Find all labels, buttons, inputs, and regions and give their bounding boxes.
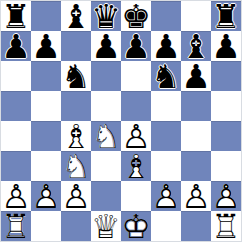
square-f5[interactable] <box>151 91 181 121</box>
piece-white-bishop[interactable]: ♝♗ <box>121 151 151 181</box>
piece-white-knight[interactable]: ♞♘ <box>91 121 121 151</box>
square-e3[interactable]: ♝♗ <box>121 151 151 181</box>
square-a6[interactable] <box>1 61 31 91</box>
square-b6[interactable] <box>31 61 61 91</box>
chess-board: ♜♝♛♚♜♟♟♟♟♟♝♟♞♞♟♝♗♞♘♟♙♞♘♝♗♟♙♟♙♟♙♟♙♟♙♟♙♜♖♛… <box>0 0 242 242</box>
white-pawn-outline-icon: ♙ <box>181 181 211 211</box>
square-d3[interactable] <box>91 151 121 181</box>
square-f2[interactable]: ♟♙ <box>151 181 181 211</box>
square-a5[interactable] <box>1 91 31 121</box>
black-pawn-icon: ♟ <box>1 31 31 61</box>
square-b1[interactable] <box>31 211 61 241</box>
piece-white-pawn[interactable]: ♟♙ <box>31 181 61 211</box>
piece-white-rook[interactable]: ♜♖ <box>211 211 241 241</box>
square-b5[interactable] <box>31 91 61 121</box>
piece-white-rook[interactable]: ♜♖ <box>1 211 31 241</box>
white-king-outline-icon: ♔ <box>121 211 151 241</box>
black-pawn-icon: ♟ <box>121 31 151 61</box>
square-a4[interactable] <box>1 121 31 151</box>
piece-white-pawn[interactable]: ♟♙ <box>181 181 211 211</box>
square-f4[interactable] <box>151 121 181 151</box>
black-bishop-icon: ♝ <box>61 1 91 31</box>
square-h1[interactable]: ♜♖ <box>211 211 241 241</box>
white-pawn-outline-icon: ♙ <box>151 181 181 211</box>
black-knight-icon: ♞ <box>61 61 91 91</box>
piece-black-knight[interactable]: ♞ <box>151 61 181 91</box>
square-g2[interactable]: ♟♙ <box>181 181 211 211</box>
piece-black-bishop[interactable]: ♝ <box>61 1 91 31</box>
white-knight-outline-icon: ♘ <box>91 121 121 151</box>
black-pawn-icon: ♟ <box>91 31 121 61</box>
piece-white-pawn[interactable]: ♟♙ <box>61 181 91 211</box>
square-h5[interactable] <box>211 91 241 121</box>
square-h4[interactable] <box>211 121 241 151</box>
black-pawn-icon: ♟ <box>31 31 61 61</box>
piece-black-pawn[interactable]: ♟ <box>91 31 121 61</box>
white-queen-outline-icon: ♕ <box>91 211 121 241</box>
square-a1[interactable]: ♜♖ <box>1 211 31 241</box>
square-e7[interactable]: ♟ <box>121 31 151 61</box>
piece-black-pawn[interactable]: ♟ <box>181 61 211 91</box>
square-f1[interactable] <box>151 211 181 241</box>
square-g4[interactable] <box>181 121 211 151</box>
piece-black-pawn[interactable]: ♟ <box>211 31 241 61</box>
square-c2[interactable]: ♟♙ <box>61 181 91 211</box>
square-d6[interactable] <box>91 61 121 91</box>
square-h7[interactable]: ♟ <box>211 31 241 61</box>
black-pawn-icon: ♟ <box>211 31 241 61</box>
square-h6[interactable] <box>211 61 241 91</box>
square-c1[interactable] <box>61 211 91 241</box>
black-knight-icon: ♞ <box>151 61 181 91</box>
square-g5[interactable] <box>181 91 211 121</box>
square-b4[interactable] <box>31 121 61 151</box>
white-bishop-outline-icon: ♗ <box>121 151 151 181</box>
square-e1[interactable]: ♚♔ <box>121 211 151 241</box>
square-d7[interactable]: ♟ <box>91 31 121 61</box>
black-pawn-icon: ♟ <box>181 61 211 91</box>
square-d4[interactable]: ♞♘ <box>91 121 121 151</box>
piece-black-pawn[interactable]: ♟ <box>31 31 61 61</box>
white-rook-outline-icon: ♖ <box>211 211 241 241</box>
square-c6[interactable]: ♞ <box>61 61 91 91</box>
square-g6[interactable]: ♟ <box>181 61 211 91</box>
white-rook-outline-icon: ♖ <box>1 211 31 241</box>
piece-black-pawn[interactable]: ♟ <box>1 31 31 61</box>
white-pawn-outline-icon: ♙ <box>31 181 61 211</box>
square-b7[interactable]: ♟ <box>31 31 61 61</box>
square-g1[interactable] <box>181 211 211 241</box>
square-b2[interactable]: ♟♙ <box>31 181 61 211</box>
piece-black-pawn[interactable]: ♟ <box>121 31 151 61</box>
square-d1[interactable]: ♛♕ <box>91 211 121 241</box>
white-pawn-outline-icon: ♙ <box>61 181 91 211</box>
square-a7[interactable]: ♟ <box>1 31 31 61</box>
square-c8[interactable]: ♝ <box>61 1 91 31</box>
piece-white-king[interactable]: ♚♔ <box>121 211 151 241</box>
piece-white-pawn[interactable]: ♟♙ <box>151 181 181 211</box>
square-e6[interactable] <box>121 61 151 91</box>
square-f6[interactable]: ♞ <box>151 61 181 91</box>
piece-black-knight[interactable]: ♞ <box>61 61 91 91</box>
piece-white-queen[interactable]: ♛♕ <box>91 211 121 241</box>
